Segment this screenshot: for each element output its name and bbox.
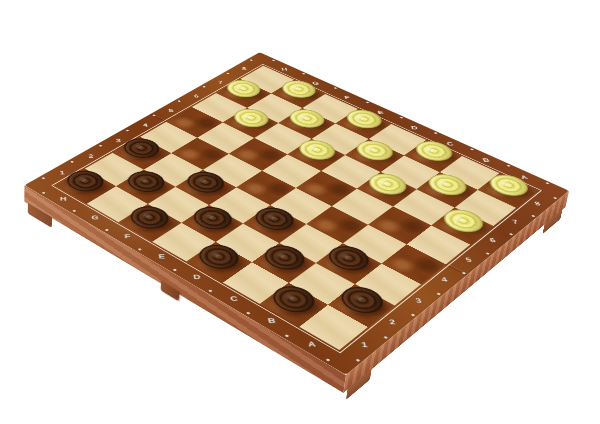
board-frame: HH11GG22FF33EE44DD55CC66BB77AA88 [24,52,569,375]
screw-dot [249,59,253,61]
screw-dot [245,312,250,315]
row-label-right-H: H [272,60,297,79]
piece-dark-B3[interactable] [322,241,377,275]
screw-dot [552,197,556,200]
screw-dot [284,334,289,337]
playing-grid [55,66,537,350]
screw-dot [436,292,441,295]
screw-dot [208,290,213,293]
screw-dot [531,215,535,218]
screw-dot [226,72,230,74]
col-label-top-3: 3 [98,135,140,147]
screw-dot [545,182,549,184]
screw-dot [70,161,74,163]
col-label-top-6: 6 [176,91,217,102]
screw-dot [137,248,142,251]
screw-dot [98,145,102,147]
col-label-top-1: 1 [41,166,83,179]
clasp-latch [161,281,180,301]
screw-dot [383,336,388,339]
foot [542,209,562,235]
screw-dot [41,192,45,194]
screw-dot [177,100,181,102]
scene: HH11GG22FF33EE44DD55CC66BB77AA88 [0,0,600,424]
col-label-top-4: 4 [125,120,166,132]
screw-dot [125,129,129,131]
screw-dot [41,177,45,179]
col-label-top-5: 5 [151,105,192,116]
piece-yellow-B7[interactable] [422,170,473,200]
screw-dot [325,358,330,361]
screw-dot [410,313,415,316]
screw-dot [485,252,490,255]
checkers-board: HH11GG22FF33EE44DD55CC66BB77AA88 [24,52,569,375]
foot [28,203,52,228]
col-label-top-2: 2 [70,150,112,162]
screw-dot [172,268,177,271]
col-label-top-7: 7 [200,77,240,88]
piece-yellow-D7[interactable] [350,137,400,165]
col-label-top-8: 8 [224,64,264,74]
screw-dot [508,233,512,236]
screw-dot [104,229,108,232]
screw-dot [202,86,206,88]
screw-dot [355,359,360,362]
screw-dot [72,210,76,213]
foot [346,368,372,400]
